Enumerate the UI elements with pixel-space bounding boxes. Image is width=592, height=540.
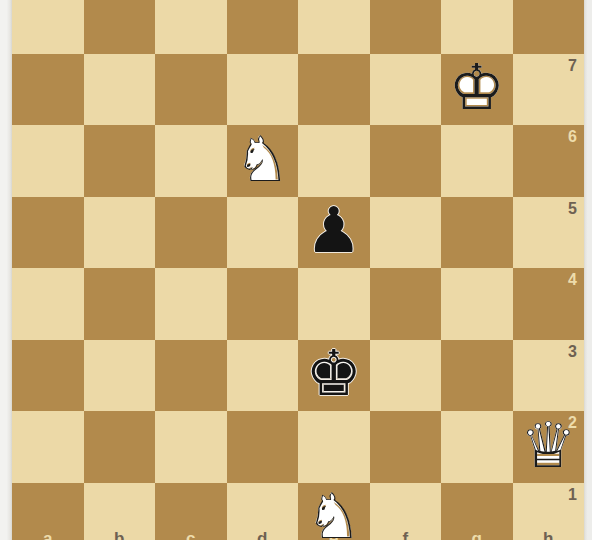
square-c5[interactable] [155, 197, 227, 269]
rank-label-8: 8 [568, 0, 577, 2]
square-a6[interactable] [12, 125, 84, 197]
page: 8♚♔7♞♘6♟54♚32♛♕abcde♞♘fg1h [0, 0, 592, 540]
file-label-g: g [472, 530, 482, 540]
black-pawn-glyph: ♟ [306, 199, 362, 262]
square-h2[interactable]: 2♛♕ [513, 411, 585, 483]
square-b1[interactable]: b [84, 483, 156, 540]
rank-label-6: 6 [568, 129, 577, 145]
square-d8[interactable] [227, 0, 299, 54]
square-g3[interactable] [441, 340, 513, 412]
square-g5[interactable] [441, 197, 513, 269]
square-e1[interactable]: e♞♘ [298, 483, 370, 540]
square-b5[interactable] [84, 197, 156, 269]
square-h3[interactable]: 3 [513, 340, 585, 412]
square-a7[interactable] [12, 54, 84, 126]
square-h8[interactable]: 8 [513, 0, 585, 54]
square-h1[interactable]: 1h [513, 483, 585, 540]
square-a8[interactable] [12, 0, 84, 54]
square-f6[interactable] [370, 125, 442, 197]
white-knight-piece[interactable]: ♞♘ [298, 483, 370, 540]
square-e2[interactable] [298, 411, 370, 483]
square-b7[interactable] [84, 54, 156, 126]
white-king-piece[interactable]: ♚♔ [441, 54, 513, 126]
file-label-b: b [114, 530, 124, 540]
square-d5[interactable] [227, 197, 299, 269]
file-label-c: c [186, 530, 195, 540]
square-b2[interactable] [84, 411, 156, 483]
square-c3[interactable] [155, 340, 227, 412]
square-a3[interactable] [12, 340, 84, 412]
black-king-piece[interactable]: ♚ [298, 340, 370, 412]
square-f2[interactable] [370, 411, 442, 483]
square-a4[interactable] [12, 268, 84, 340]
file-label-f: f [402, 530, 408, 540]
square-b8[interactable] [84, 0, 156, 54]
square-g6[interactable] [441, 125, 513, 197]
square-g8[interactable] [441, 0, 513, 54]
square-a2[interactable] [12, 411, 84, 483]
square-d6[interactable]: ♞♘ [227, 125, 299, 197]
square-f3[interactable] [370, 340, 442, 412]
square-g7[interactable]: ♚♔ [441, 54, 513, 126]
rank-label-5: 5 [568, 201, 577, 217]
file-label-d: d [257, 530, 267, 540]
square-b3[interactable] [84, 340, 156, 412]
square-f1[interactable]: f [370, 483, 442, 540]
white-queen-glyph-outline: ♕ [520, 413, 576, 476]
square-h5[interactable]: 5 [513, 197, 585, 269]
rank-label-7: 7 [568, 58, 577, 74]
rank-label-1: 1 [568, 487, 577, 503]
rank-label-3: 3 [568, 344, 577, 360]
square-e3[interactable]: ♚ [298, 340, 370, 412]
white-knight-glyph-outline: ♘ [306, 485, 362, 540]
square-f7[interactable] [370, 54, 442, 126]
page-margin-right [584, 0, 592, 540]
page-margin-left [0, 0, 12, 540]
square-e4[interactable] [298, 268, 370, 340]
white-king-glyph-outline: ♔ [449, 56, 505, 119]
white-queen-piece[interactable]: ♛♕ [513, 411, 585, 483]
square-d2[interactable] [227, 411, 299, 483]
square-e6[interactable] [298, 125, 370, 197]
rank-label-4: 4 [568, 272, 577, 288]
square-h7[interactable]: 7 [513, 54, 585, 126]
black-pawn-piece[interactable]: ♟ [298, 197, 370, 269]
square-c4[interactable] [155, 268, 227, 340]
square-h4[interactable]: 4 [513, 268, 585, 340]
square-e5[interactable]: ♟ [298, 197, 370, 269]
square-c7[interactable] [155, 54, 227, 126]
square-c8[interactable] [155, 0, 227, 54]
square-b4[interactable] [84, 268, 156, 340]
square-c2[interactable] [155, 411, 227, 483]
chess-board: 8♚♔7♞♘6♟54♚32♛♕abcde♞♘fg1h [12, 0, 584, 540]
file-label-a: a [43, 530, 52, 540]
square-c1[interactable]: c [155, 483, 227, 540]
square-g2[interactable] [441, 411, 513, 483]
square-d1[interactable]: d [227, 483, 299, 540]
square-e8[interactable] [298, 0, 370, 54]
white-knight-glyph-outline: ♘ [234, 127, 290, 190]
square-e7[interactable] [298, 54, 370, 126]
square-d7[interactable] [227, 54, 299, 126]
square-h6[interactable]: 6 [513, 125, 585, 197]
black-king-glyph: ♚ [306, 342, 362, 405]
square-c6[interactable] [155, 125, 227, 197]
square-b6[interactable] [84, 125, 156, 197]
square-f8[interactable] [370, 0, 442, 54]
square-d4[interactable] [227, 268, 299, 340]
square-d3[interactable] [227, 340, 299, 412]
square-a5[interactable] [12, 197, 84, 269]
square-g4[interactable] [441, 268, 513, 340]
file-label-h: h [543, 530, 553, 540]
white-knight-piece[interactable]: ♞♘ [227, 125, 299, 197]
square-g1[interactable]: g [441, 483, 513, 540]
square-f5[interactable] [370, 197, 442, 269]
square-f4[interactable] [370, 268, 442, 340]
square-a1[interactable]: a [12, 483, 84, 540]
